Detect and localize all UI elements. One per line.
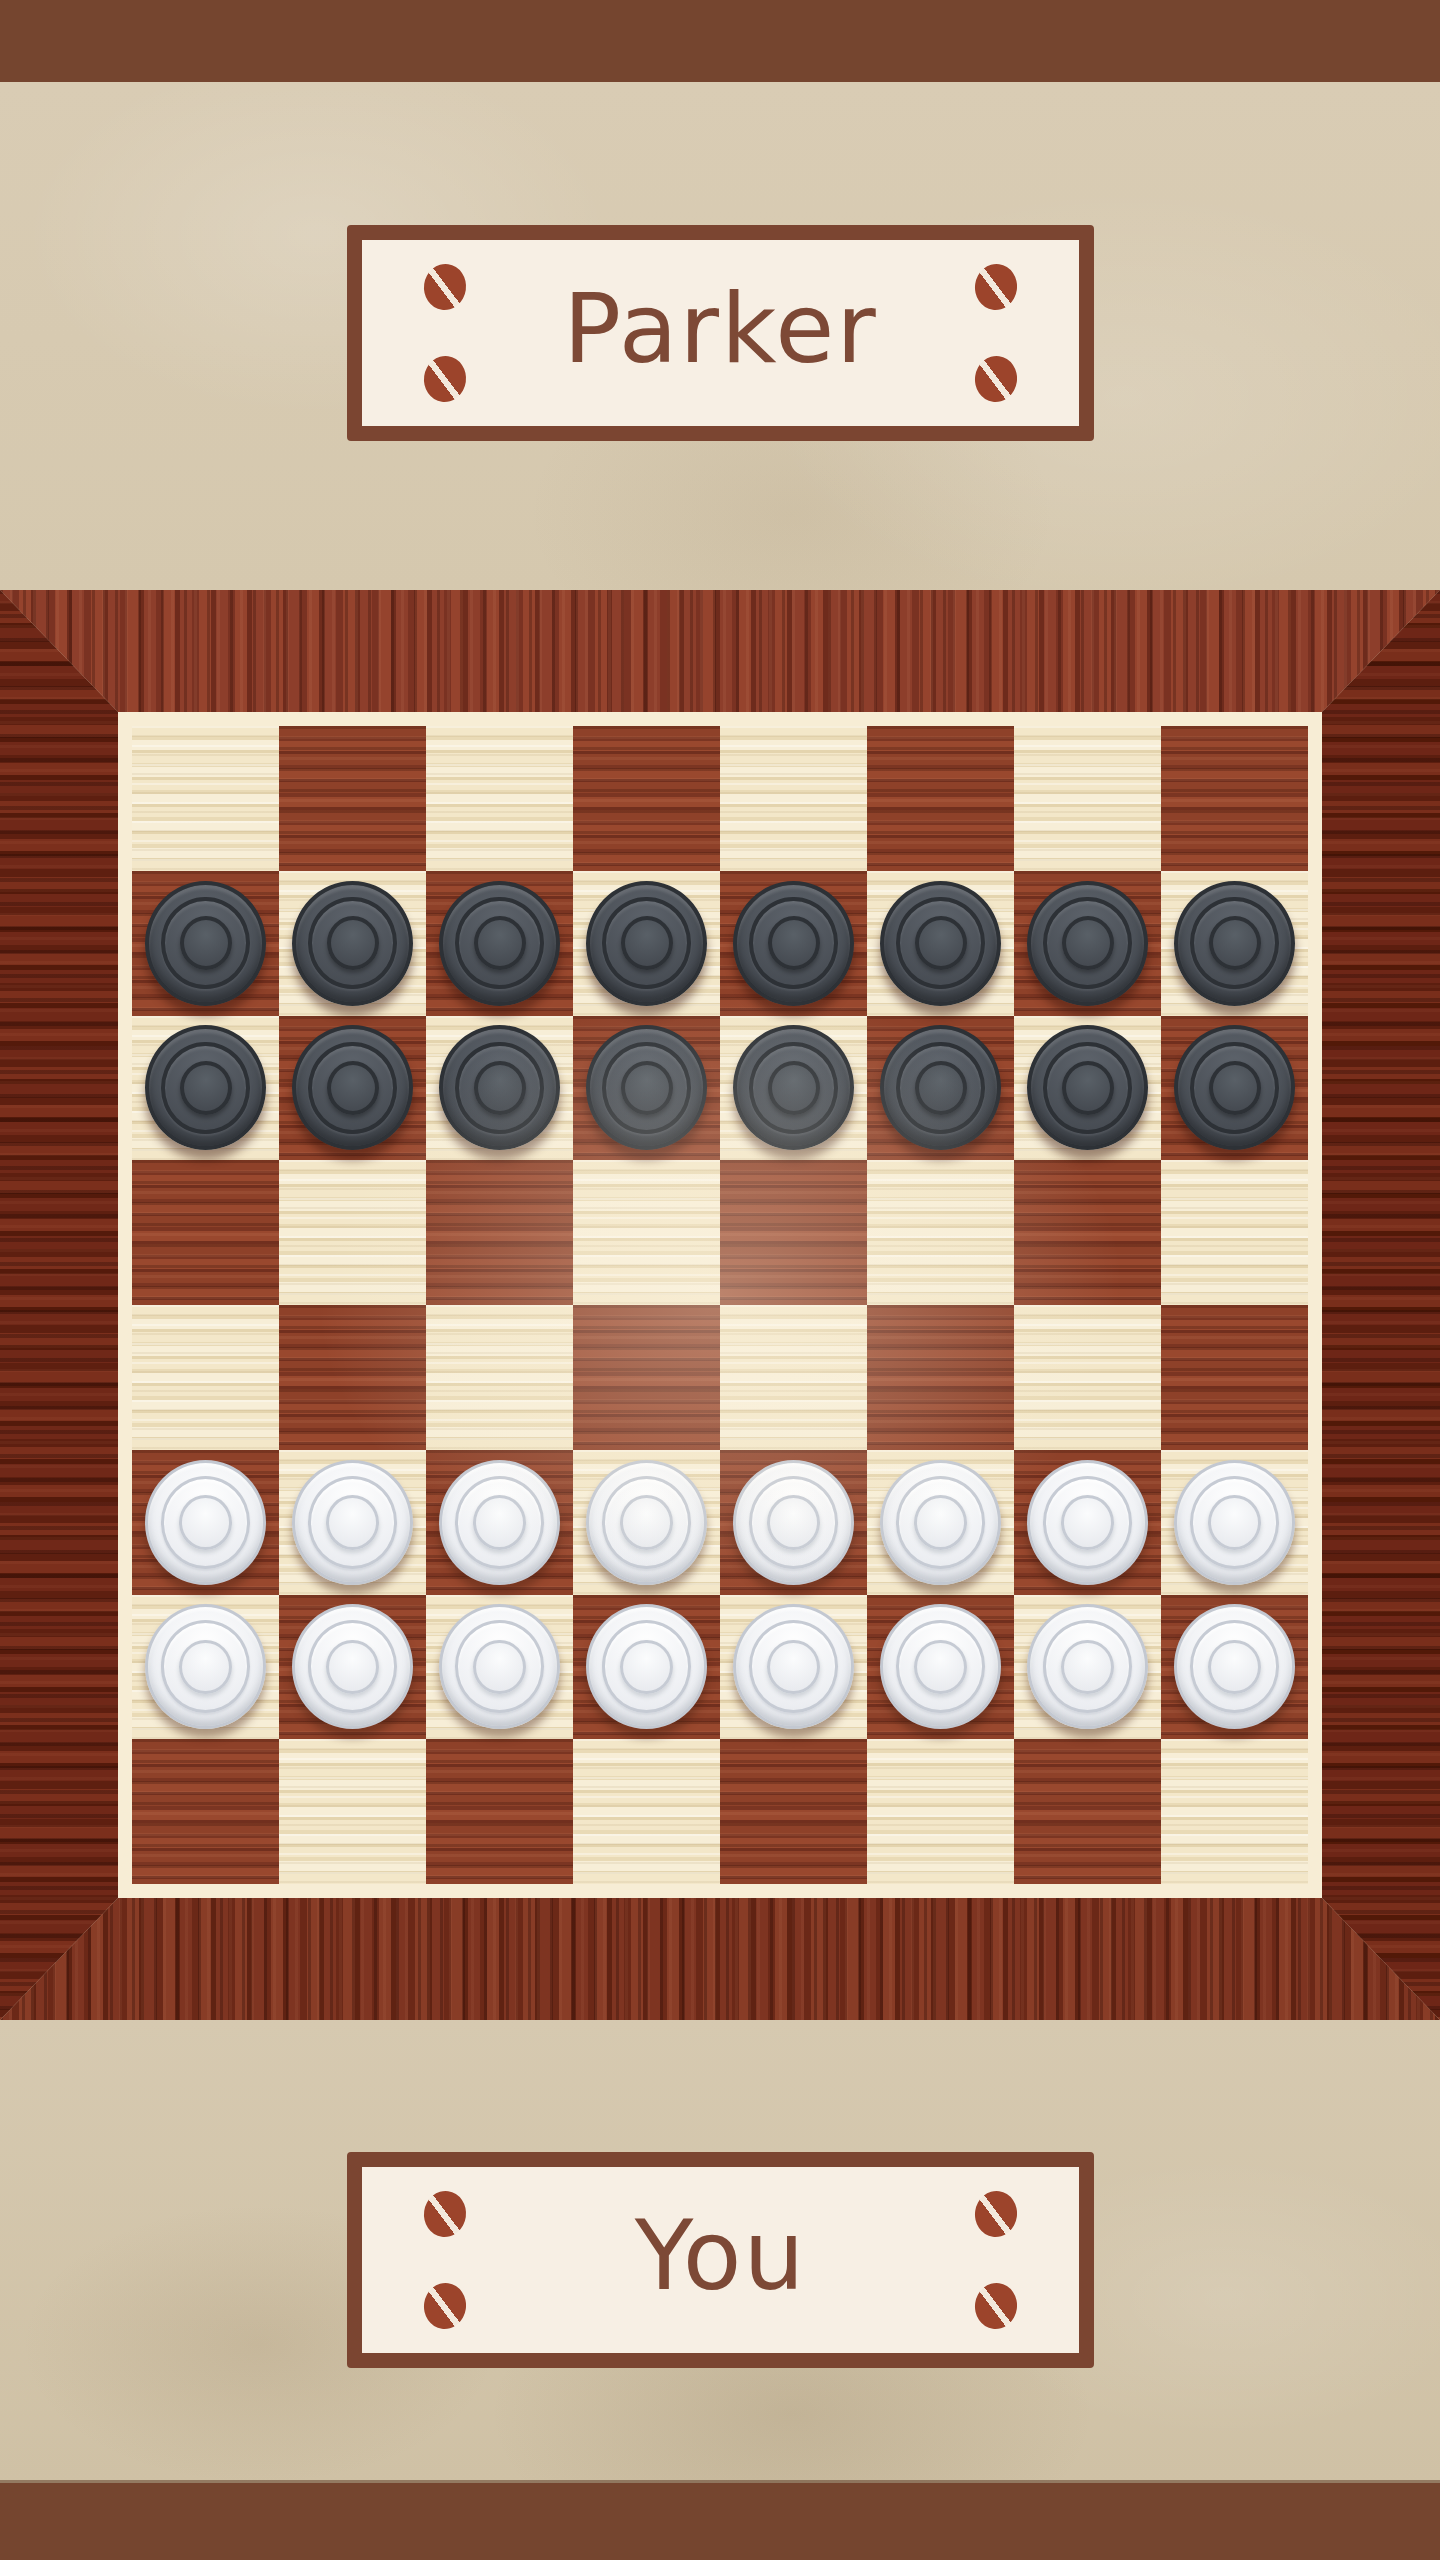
square-r6c3[interactable] (426, 1450, 573, 1595)
square-r6c5[interactable] (720, 1450, 867, 1595)
dark-piece[interactable] (292, 1025, 413, 1150)
square-r2c5[interactable] (720, 871, 867, 1016)
square-r3c5[interactable] (720, 1016, 867, 1161)
dark-piece[interactable] (145, 1025, 266, 1150)
square-r6c6[interactable] (867, 1450, 1014, 1595)
white-piece[interactable] (292, 1460, 413, 1585)
square-r3c6[interactable] (867, 1016, 1014, 1161)
screw-icon (972, 353, 1020, 404)
square-r7c3[interactable] (426, 1595, 573, 1740)
square-r8c8[interactable] (1161, 1739, 1308, 1884)
square-r3c8[interactable] (1161, 1016, 1308, 1161)
white-piece[interactable] (145, 1604, 266, 1729)
square-r3c2[interactable] (279, 1016, 426, 1161)
dark-piece[interactable] (880, 881, 1001, 1006)
square-r7c7[interactable] (1014, 1595, 1161, 1740)
screw-icon (972, 2280, 1020, 2331)
dark-piece[interactable] (439, 1025, 560, 1150)
square-r2c7[interactable] (1014, 871, 1161, 1016)
board (118, 712, 1322, 1898)
square-r5c3[interactable] (426, 1305, 573, 1450)
square-r3c1[interactable] (132, 1016, 279, 1161)
square-r7c2[interactable] (279, 1595, 426, 1740)
screw-icon (421, 353, 469, 404)
white-piece[interactable] (145, 1460, 266, 1585)
square-r6c8[interactable] (1161, 1450, 1308, 1595)
user-name-plate: You (347, 2152, 1094, 2368)
bottom-bar (0, 2483, 1440, 2560)
square-r5c1[interactable] (132, 1305, 279, 1450)
white-piece[interactable] (586, 1460, 707, 1585)
white-piece[interactable] (880, 1604, 1001, 1729)
dark-piece[interactable] (586, 881, 707, 1006)
square-r5c8[interactable] (1161, 1305, 1308, 1450)
opponent-name-plate: Parker (347, 225, 1094, 441)
square-r6c1[interactable] (132, 1450, 279, 1595)
lower-background: You (0, 2020, 1440, 2483)
square-r7c8[interactable] (1161, 1595, 1308, 1740)
square-r4c5[interactable] (720, 1160, 867, 1305)
square-r1c6[interactable] (867, 726, 1014, 871)
white-piece[interactable] (733, 1460, 854, 1585)
board-grid (132, 726, 1308, 1884)
square-r8c5[interactable] (720, 1739, 867, 1884)
square-r5c2[interactable] (279, 1305, 426, 1450)
dark-piece[interactable] (880, 1025, 1001, 1150)
square-r1c5[interactable] (720, 726, 867, 871)
square-r5c7[interactable] (1014, 1305, 1161, 1450)
square-r1c8[interactable] (1161, 726, 1308, 871)
square-r4c3[interactable] (426, 1160, 573, 1305)
square-r5c4[interactable] (573, 1305, 720, 1450)
screw-icon (421, 2188, 469, 2239)
board-frame (0, 590, 1440, 2020)
white-piece[interactable] (439, 1460, 560, 1585)
square-r2c4[interactable] (573, 871, 720, 1016)
square-r3c4[interactable] (573, 1016, 720, 1161)
square-r8c6[interactable] (867, 1739, 1014, 1884)
square-r4c4[interactable] (573, 1160, 720, 1305)
dark-piece[interactable] (1027, 881, 1148, 1006)
square-r8c2[interactable] (279, 1739, 426, 1884)
square-r8c1[interactable] (132, 1739, 279, 1884)
square-r3c3[interactable] (426, 1016, 573, 1161)
dark-piece[interactable] (586, 1025, 707, 1150)
square-r6c2[interactable] (279, 1450, 426, 1595)
square-r5c6[interactable] (867, 1305, 1014, 1450)
square-r7c6[interactable] (867, 1595, 1014, 1740)
square-r6c7[interactable] (1014, 1450, 1161, 1595)
opponent-name: Parker (563, 273, 878, 385)
white-piece[interactable] (1174, 1460, 1295, 1585)
square-r2c1[interactable] (132, 871, 279, 1016)
screw-icon (421, 261, 469, 312)
square-r7c5[interactable] (720, 1595, 867, 1740)
top-bar (0, 0, 1440, 82)
dark-piece[interactable] (1174, 1025, 1295, 1150)
square-r1c1[interactable] (132, 726, 279, 871)
dark-piece[interactable] (292, 881, 413, 1006)
screw-icon (972, 261, 1020, 312)
white-piece[interactable] (292, 1604, 413, 1729)
square-r7c1[interactable] (132, 1595, 279, 1740)
dark-piece[interactable] (733, 1025, 854, 1150)
square-r3c7[interactable] (1014, 1016, 1161, 1161)
square-r2c3[interactable] (426, 871, 573, 1016)
white-piece[interactable] (1027, 1460, 1148, 1585)
square-r8c7[interactable] (1014, 1739, 1161, 1884)
white-piece[interactable] (586, 1604, 707, 1729)
square-r8c3[interactable] (426, 1739, 573, 1884)
square-r6c4[interactable] (573, 1450, 720, 1595)
square-r8c4[interactable] (573, 1739, 720, 1884)
square-r2c8[interactable] (1161, 871, 1308, 1016)
screw-icon (421, 2280, 469, 2331)
white-piece[interactable] (733, 1604, 854, 1729)
square-r1c4[interactable] (573, 726, 720, 871)
square-r2c2[interactable] (279, 871, 426, 1016)
square-r7c4[interactable] (573, 1595, 720, 1740)
screw-icon (972, 2188, 1020, 2239)
user-name: You (635, 2200, 806, 2312)
square-r2c6[interactable] (867, 871, 1014, 1016)
square-r1c3[interactable] (426, 726, 573, 871)
dark-piece[interactable] (1027, 1025, 1148, 1150)
white-piece[interactable] (439, 1604, 560, 1729)
white-piece[interactable] (1174, 1604, 1295, 1729)
white-piece[interactable] (880, 1460, 1001, 1585)
square-r4c1[interactable] (132, 1160, 279, 1305)
white-piece[interactable] (1027, 1604, 1148, 1729)
dark-piece[interactable] (733, 881, 854, 1006)
dark-piece[interactable] (439, 881, 560, 1006)
square-r4c7[interactable] (1014, 1160, 1161, 1305)
dark-piece[interactable] (145, 881, 266, 1006)
square-r5c5[interactable] (720, 1305, 867, 1450)
square-r1c7[interactable] (1014, 726, 1161, 871)
upper-background: Parker (0, 82, 1440, 590)
square-r1c2[interactable] (279, 726, 426, 871)
game-screen: Parker You (0, 0, 1440, 2560)
dark-piece[interactable] (1174, 881, 1295, 1006)
square-r4c6[interactable] (867, 1160, 1014, 1305)
square-r4c8[interactable] (1161, 1160, 1308, 1305)
square-r4c2[interactable] (279, 1160, 426, 1305)
